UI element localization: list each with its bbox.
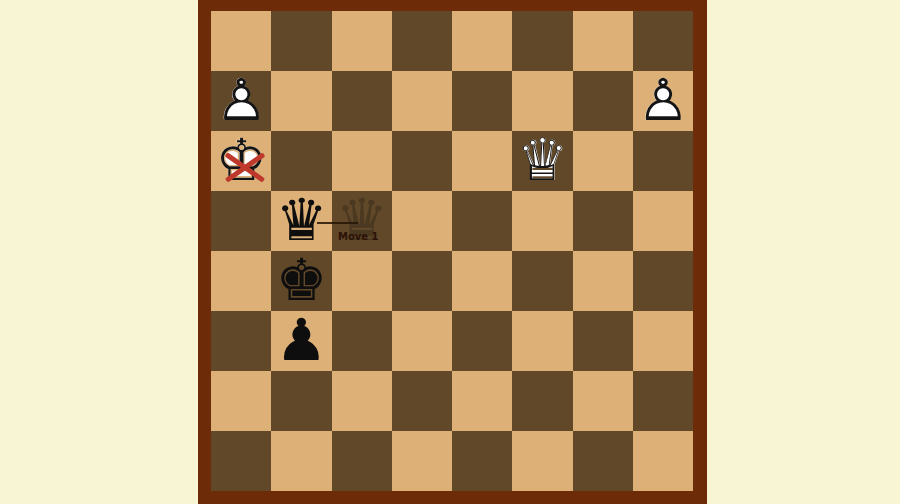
square-h5[interactable] [633,191,693,251]
square-a3[interactable] [211,311,271,371]
square-h4[interactable] [633,251,693,311]
square-d2[interactable] [392,371,452,431]
black-pawn-b3[interactable]: ♟ [271,311,331,371]
square-d7[interactable] [392,71,452,131]
black-queen-icon: ♛ [271,189,331,251]
square-c2[interactable] [332,371,392,431]
ghost-black-queen-c5: ♛ [332,191,392,251]
square-b7[interactable] [271,71,331,131]
black-pawn-icon: ♟ [271,309,331,371]
square-e6[interactable] [452,131,512,191]
square-d4[interactable] [392,251,452,311]
square-f1[interactable] [512,431,572,491]
square-a4[interactable] [211,251,271,311]
square-h1[interactable] [633,431,693,491]
square-e3[interactable] [452,311,512,371]
white-pawn-icon: ♙ [633,69,693,131]
square-g6[interactable] [573,131,633,191]
square-d1[interactable] [392,431,452,491]
page-background: ♟♙♟♙♚♔♛♕♛♛♚♟ Move 1 [0,0,900,504]
square-f3[interactable] [512,311,572,371]
white-pawn-icon: ♙ [211,69,271,131]
square-h2[interactable] [633,371,693,431]
square-c4[interactable] [332,251,392,311]
square-e1[interactable] [452,431,512,491]
square-d8[interactable] [392,11,452,71]
square-d3[interactable] [392,311,452,371]
black-king-icon: ♚ [271,249,331,311]
square-c8[interactable] [332,11,392,71]
square-b8[interactable] [271,11,331,71]
square-f7[interactable] [512,71,572,131]
square-h8[interactable] [633,11,693,71]
square-f8[interactable] [512,11,572,71]
black-queen-b5[interactable]: ♛ [271,191,331,251]
white-queen-icon: ♕ [512,129,572,191]
square-f2[interactable] [512,371,572,431]
square-c1[interactable] [332,431,392,491]
black-king-b4[interactable]: ♚ [271,251,331,311]
black-queen-icon: ♛ [332,189,392,251]
square-b2[interactable] [271,371,331,431]
square-g5[interactable] [573,191,633,251]
square-c7[interactable] [332,71,392,131]
white-king-a6[interactable]: ♚♔ [211,131,271,191]
square-g1[interactable] [573,431,633,491]
square-d5[interactable] [392,191,452,251]
square-a5[interactable] [211,191,271,251]
square-e8[interactable] [452,11,512,71]
square-b6[interactable] [271,131,331,191]
square-a2[interactable] [211,371,271,431]
square-g3[interactable] [573,311,633,371]
square-a1[interactable] [211,431,271,491]
square-b1[interactable] [271,431,331,491]
white-pawn-h7[interactable]: ♟♙ [633,71,693,131]
white-pawn-a7[interactable]: ♟♙ [211,71,271,131]
square-g4[interactable] [573,251,633,311]
square-c6[interactable] [332,131,392,191]
square-e4[interactable] [452,251,512,311]
square-h6[interactable] [633,131,693,191]
square-g7[interactable] [573,71,633,131]
white-queen-f6[interactable]: ♛♕ [512,131,572,191]
square-c3[interactable] [332,311,392,371]
square-g8[interactable] [573,11,633,71]
square-e7[interactable] [452,71,512,131]
square-f4[interactable] [512,251,572,311]
square-f5[interactable] [512,191,572,251]
square-g2[interactable] [573,371,633,431]
square-h3[interactable] [633,311,693,371]
square-e5[interactable] [452,191,512,251]
square-e2[interactable] [452,371,512,431]
chess-board-frame: ♟♙♟♙♚♔♛♕♛♛♚♟ Move 1 [198,0,707,504]
red-x-marker [211,131,271,191]
square-d6[interactable] [392,131,452,191]
square-a8[interactable] [211,11,271,71]
